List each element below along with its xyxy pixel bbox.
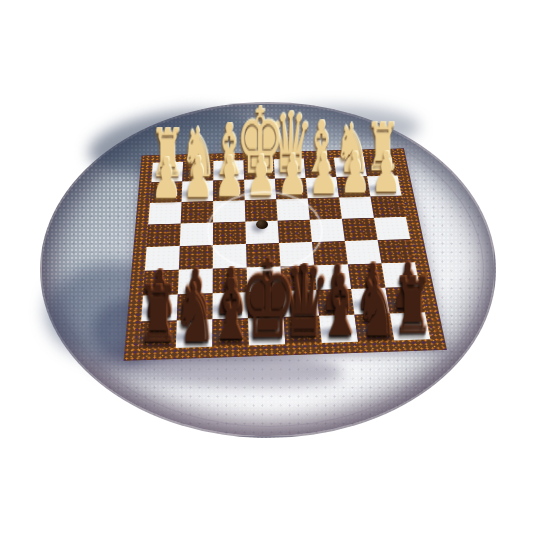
- square-a2[interactable]: ♟: [367, 175, 402, 196]
- square-e8[interactable]: ♚: [248, 317, 285, 345]
- square-c3[interactable]: [308, 197, 342, 219]
- piece-white-pawn-f2[interactable]: ♟: [214, 154, 244, 199]
- piece-white-pawn-d2[interactable]: ♟: [277, 152, 307, 197]
- scene: ♜♞♝♚♛♝♞♜♟♟♟♟♟♟♟♟♟♟♟♟♟♟♟♟♜♞♝♚♛♝♞♜: [0, 0, 533, 533]
- square-h3[interactable]: [148, 202, 181, 224]
- pebble: [256, 220, 268, 229]
- square-h4[interactable]: [147, 223, 181, 247]
- square-g3[interactable]: [181, 201, 213, 223]
- piece-black-knight-g8[interactable]: ♞: [173, 281, 216, 346]
- square-a3[interactable]: [370, 196, 405, 218]
- piece-white-pawn-h2[interactable]: ♟: [151, 156, 181, 202]
- square-b3[interactable]: [339, 197, 374, 219]
- square-b4[interactable]: [342, 218, 378, 241]
- square-g2[interactable]: ♟: [182, 181, 214, 202]
- board-frame: ♜♞♝♚♛♝♞♜♟♟♟♟♟♟♟♟♟♟♟♟♟♟♟♟♜♞♝♚♛♝♞♜: [124, 148, 447, 361]
- square-d3[interactable]: [276, 198, 310, 220]
- square-f8[interactable]: ♝: [212, 318, 249, 347]
- piece-white-pawn-g2[interactable]: ♟: [182, 155, 212, 200]
- square-d2[interactable]: ♟: [275, 178, 308, 199]
- square-f3[interactable]: [213, 200, 245, 222]
- square-f2[interactable]: ♟: [213, 180, 245, 201]
- square-h8[interactable]: ♜: [139, 320, 177, 349]
- square-b2[interactable]: ♟: [336, 176, 370, 197]
- piece-black-rook-h8[interactable]: ♜: [137, 284, 179, 347]
- square-g4[interactable]: [180, 223, 213, 246]
- square-g8[interactable]: ♞: [176, 319, 213, 348]
- square-c2[interactable]: ♟: [306, 177, 339, 198]
- piece-white-pawn-a2[interactable]: ♟: [371, 150, 401, 195]
- piece-white-pawn-b2[interactable]: ♟: [340, 150, 370, 195]
- board-grid: ♜♞♝♚♛♝♞♜♟♟♟♟♟♟♟♟♟♟♟♟♟♟♟♟♜♞♝♚♛♝♞♜: [139, 156, 430, 349]
- piece-white-pawn-e2[interactable]: ♟: [245, 153, 275, 198]
- square-c4[interactable]: [310, 219, 345, 242]
- piece-white-pawn-c2[interactable]: ♟: [308, 151, 338, 196]
- square-e2[interactable]: ♟: [244, 179, 276, 200]
- square-e3[interactable]: [245, 199, 278, 221]
- square-a4[interactable]: [374, 217, 410, 240]
- chessboard: ♜♞♝♚♛♝♞♜♟♟♟♟♟♟♟♟♟♟♟♟♟♟♟♟♜♞♝♚♛♝♞♜: [134, 98, 424, 388]
- square-h2[interactable]: ♟: [150, 181, 183, 202]
